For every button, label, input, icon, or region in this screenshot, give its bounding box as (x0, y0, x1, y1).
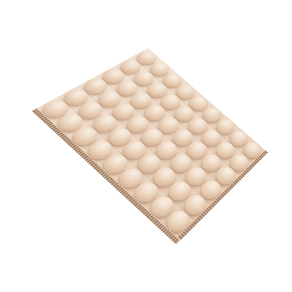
bumper-sheet (37, 48, 265, 237)
product-photo (0, 0, 292, 292)
